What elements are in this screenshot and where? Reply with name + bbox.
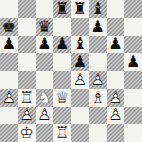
square-f3[interactable]: ♝♗ (89, 89, 107, 107)
piece-outline: ♙ (107, 107, 125, 125)
black-bishop: ♝ (71, 36, 89, 54)
white-pawn: ♟♙ (36, 107, 54, 125)
piece-glyph: ♟ (36, 36, 54, 54)
white-bishop: ♝♗ (89, 89, 107, 107)
square-b2[interactable]: ♟♙ (18, 107, 36, 125)
square-g6[interactable]: ♟ (107, 36, 125, 54)
square-d5[interactable] (53, 53, 71, 71)
white-pawn: ♟♙ (0, 89, 18, 107)
black-pawn: ♟ (89, 18, 107, 36)
white-rook: ♜♖ (53, 124, 71, 142)
black-rook: ♜ (53, 0, 71, 18)
square-g5[interactable] (107, 53, 125, 71)
piece-glyph: ♟ (107, 36, 125, 54)
square-d1[interactable]: ♜♖ (53, 124, 71, 142)
piece-outline: ♖ (53, 124, 71, 142)
square-e4[interactable]: ♟♙ (71, 71, 89, 89)
black-pawn: ♟ (36, 36, 54, 54)
square-c5[interactable] (36, 53, 54, 71)
square-a4[interactable] (0, 71, 18, 89)
square-b1[interactable]: ♚♔ (18, 124, 36, 142)
square-a3[interactable]: ♟♙ (0, 89, 18, 107)
piece-glyph: ♚ (0, 18, 18, 36)
square-c3[interactable]: ♞♘ (36, 89, 54, 107)
square-f4[interactable]: ♟♙ (89, 71, 107, 89)
black-pawn: ♟ (53, 36, 71, 54)
square-d3[interactable]: ♛♕ (53, 89, 71, 107)
square-b7[interactable] (18, 18, 36, 36)
square-h6[interactable] (124, 36, 142, 54)
square-h4[interactable] (124, 71, 142, 89)
piece-outline: ♙ (18, 107, 36, 125)
piece-glyph: ♟ (89, 18, 107, 36)
square-c8[interactable] (36, 0, 54, 18)
square-b3[interactable]: ♜♖ (18, 89, 36, 107)
piece-glyph: ♟ (0, 36, 18, 54)
square-g3[interactable]: ♟♙ (107, 89, 125, 107)
square-b5[interactable] (18, 53, 36, 71)
black-queen: ♛ (36, 18, 54, 36)
square-a6[interactable]: ♟ (0, 36, 18, 54)
piece-glyph: ♛ (36, 18, 54, 36)
black-pawn: ♟ (107, 36, 125, 54)
square-h8[interactable] (124, 0, 142, 18)
square-b4[interactable] (18, 71, 36, 89)
square-f1[interactable] (89, 124, 107, 142)
piece-outline: ♙ (0, 89, 18, 107)
piece-glyph: ♟ (124, 53, 142, 71)
square-a5[interactable] (0, 53, 18, 71)
square-h3[interactable] (124, 89, 142, 107)
square-e3[interactable] (71, 89, 89, 107)
square-c6[interactable]: ♟ (36, 36, 54, 54)
white-pawn: ♟♙ (107, 107, 125, 125)
square-h7[interactable] (124, 18, 142, 36)
piece-glyph: ♝ (89, 0, 107, 18)
square-a2[interactable] (0, 107, 18, 125)
square-c4[interactable] (36, 71, 54, 89)
white-rook: ♜♖ (18, 89, 36, 107)
piece-outline: ♙ (71, 71, 89, 89)
square-g2[interactable]: ♟♙ (107, 107, 125, 125)
square-h5[interactable]: ♟ (124, 53, 142, 71)
square-e2[interactable] (71, 107, 89, 125)
square-f8[interactable]: ♝ (89, 0, 107, 18)
square-d4[interactable] (53, 71, 71, 89)
piece-outline: ♙ (107, 89, 125, 107)
square-d7[interactable] (53, 18, 71, 36)
square-g8[interactable] (107, 0, 125, 18)
square-g4[interactable] (107, 71, 125, 89)
piece-outline: ♔ (18, 124, 36, 142)
square-f2[interactable] (89, 107, 107, 125)
black-rook: ♜ (71, 0, 89, 18)
square-e7[interactable] (71, 18, 89, 36)
black-pawn: ♟ (124, 53, 142, 71)
piece-outline: ♙ (89, 71, 107, 89)
square-e5[interactable]: ♟ (71, 53, 89, 71)
square-a1[interactable] (0, 124, 18, 142)
white-knight: ♞♘ (36, 89, 54, 107)
piece-outline: ♖ (18, 89, 36, 107)
square-b8[interactable] (18, 0, 36, 18)
square-h1[interactable] (124, 124, 142, 142)
square-d2[interactable] (53, 107, 71, 125)
piece-glyph: ♜ (53, 0, 71, 18)
square-a7[interactable]: ♚ (0, 18, 18, 36)
white-pawn: ♟♙ (107, 89, 125, 107)
black-king: ♚ (0, 18, 18, 36)
square-c7[interactable]: ♛ (36, 18, 54, 36)
square-d8[interactable]: ♜ (53, 0, 71, 18)
square-e8[interactable]: ♜ (71, 0, 89, 18)
square-g7[interactable] (107, 18, 125, 36)
piece-outline: ♘ (36, 89, 54, 107)
square-a8[interactable] (0, 0, 18, 18)
square-f6[interactable] (89, 36, 107, 54)
piece-outline: ♙ (36, 107, 54, 125)
black-bishop: ♝ (89, 0, 107, 18)
white-pawn: ♟♙ (18, 107, 36, 125)
square-e1[interactable] (71, 124, 89, 142)
piece-outline: ♕ (53, 89, 71, 107)
piece-glyph: ♟ (71, 53, 89, 71)
chess-board: ♜♜♝♚♛♟♟♟♟♝♟♟♟♟♙♟♙♟♙♜♖♞♘♛♕♝♗♟♙♟♙♟♙♟♙♚♔♜♖ (0, 0, 142, 142)
square-f5[interactable] (89, 53, 107, 71)
piece-glyph: ♝ (71, 36, 89, 54)
square-c1[interactable] (36, 124, 54, 142)
square-c2[interactable]: ♟♙ (36, 107, 54, 125)
piece-glyph: ♜ (71, 0, 89, 18)
square-g1[interactable] (107, 124, 125, 142)
black-pawn: ♟ (0, 36, 18, 54)
white-queen: ♛♕ (53, 89, 71, 107)
black-pawn: ♟ (71, 53, 89, 71)
square-f7[interactable]: ♟ (89, 18, 107, 36)
piece-outline: ♗ (89, 89, 107, 107)
square-b6[interactable] (18, 36, 36, 54)
white-king: ♚♔ (18, 124, 36, 142)
square-h2[interactable] (124, 107, 142, 125)
square-d6[interactable]: ♟ (53, 36, 71, 54)
white-pawn: ♟♙ (89, 71, 107, 89)
white-pawn: ♟♙ (71, 71, 89, 89)
piece-glyph: ♟ (53, 36, 71, 54)
square-e6[interactable]: ♝ (71, 36, 89, 54)
